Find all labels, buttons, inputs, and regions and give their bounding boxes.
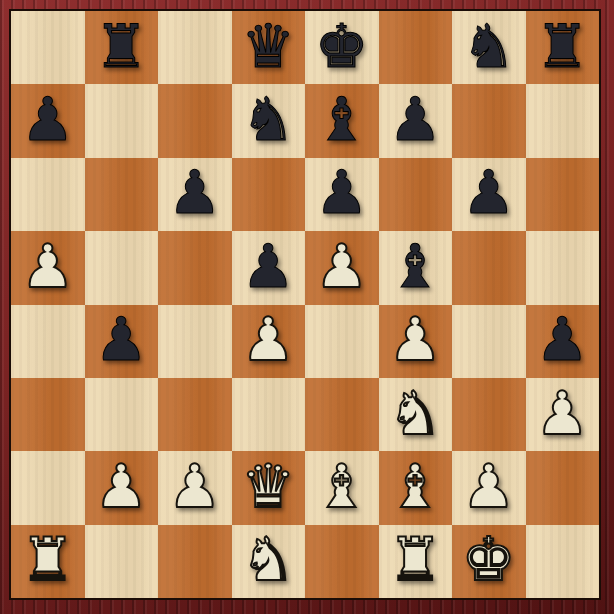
white-bishop-piece[interactable]: ♝ [315, 456, 369, 516]
square-b6[interactable] [85, 158, 159, 231]
black-pawn-piece[interactable]: ♟ [462, 162, 516, 222]
square-b5[interactable] [85, 231, 159, 304]
white-pawn-piece[interactable]: ♟ [462, 456, 516, 516]
white-king-piece[interactable]: ♚ [462, 529, 516, 589]
black-rook-piece[interactable]: ♜ [535, 16, 589, 76]
square-h4[interactable]: ♟ [526, 305, 600, 378]
white-pawn-piece[interactable]: ♟ [315, 236, 369, 296]
square-f3[interactable]: ♞ [379, 378, 453, 451]
black-bishop-piece[interactable]: ♝ [315, 89, 369, 149]
square-g7[interactable] [452, 84, 526, 157]
white-bishop-piece[interactable]: ♝ [388, 456, 442, 516]
square-c5[interactable] [158, 231, 232, 304]
square-f7[interactable]: ♟ [379, 84, 453, 157]
square-e5[interactable]: ♟ [305, 231, 379, 304]
square-c1[interactable] [158, 525, 232, 598]
square-b7[interactable] [85, 84, 159, 157]
square-d8[interactable]: ♛ [232, 11, 306, 84]
black-pawn-piece[interactable]: ♟ [94, 309, 148, 369]
white-pawn-piece[interactable]: ♟ [94, 456, 148, 516]
square-d6[interactable] [232, 158, 306, 231]
black-pawn-piece[interactable]: ♟ [168, 162, 222, 222]
white-rook-piece[interactable]: ♜ [388, 529, 442, 589]
square-e4[interactable] [305, 305, 379, 378]
square-g2[interactable]: ♟ [452, 451, 526, 524]
square-a6[interactable] [11, 158, 85, 231]
square-h2[interactable] [526, 451, 600, 524]
square-c7[interactable] [158, 84, 232, 157]
square-g5[interactable] [452, 231, 526, 304]
square-b1[interactable] [85, 525, 159, 598]
square-d1[interactable]: ♞ [232, 525, 306, 598]
square-e1[interactable] [305, 525, 379, 598]
square-f6[interactable] [379, 158, 453, 231]
square-e7[interactable]: ♝ [305, 84, 379, 157]
black-king-piece[interactable]: ♚ [315, 16, 369, 76]
white-rook-piece[interactable]: ♜ [21, 529, 75, 589]
square-b8[interactable]: ♜ [85, 11, 159, 84]
black-knight-piece[interactable]: ♞ [462, 16, 516, 76]
square-h5[interactable] [526, 231, 600, 304]
black-pawn-piece[interactable]: ♟ [535, 309, 589, 369]
board-frame: ♜♛♚♞♜♟♞♝♟♟♟♟♟♟♟♝♟♟♟♟♞♟♟♟♛♝♝♟♜♞♜♚ [0, 0, 614, 614]
square-g3[interactable] [452, 378, 526, 451]
square-b2[interactable]: ♟ [85, 451, 159, 524]
square-a7[interactable]: ♟ [11, 84, 85, 157]
square-f8[interactable] [379, 11, 453, 84]
square-f4[interactable]: ♟ [379, 305, 453, 378]
square-d5[interactable]: ♟ [232, 231, 306, 304]
square-g4[interactable] [452, 305, 526, 378]
square-b3[interactable] [85, 378, 159, 451]
square-e3[interactable] [305, 378, 379, 451]
black-pawn-piece[interactable]: ♟ [241, 236, 295, 296]
square-f5[interactable]: ♝ [379, 231, 453, 304]
square-e8[interactable]: ♚ [305, 11, 379, 84]
square-c2[interactable]: ♟ [158, 451, 232, 524]
square-a5[interactable]: ♟ [11, 231, 85, 304]
square-h6[interactable] [526, 158, 600, 231]
square-h7[interactable] [526, 84, 600, 157]
square-c8[interactable] [158, 11, 232, 84]
white-pawn-piece[interactable]: ♟ [388, 309, 442, 369]
square-h8[interactable]: ♜ [526, 11, 600, 84]
square-e6[interactable]: ♟ [305, 158, 379, 231]
square-a4[interactable] [11, 305, 85, 378]
square-d2[interactable]: ♛ [232, 451, 306, 524]
white-pawn-piece[interactable]: ♟ [168, 456, 222, 516]
black-pawn-piece[interactable]: ♟ [388, 89, 442, 149]
white-knight-piece[interactable]: ♞ [241, 529, 295, 589]
square-h1[interactable] [526, 525, 600, 598]
square-f1[interactable]: ♜ [379, 525, 453, 598]
square-c6[interactable]: ♟ [158, 158, 232, 231]
square-a3[interactable] [11, 378, 85, 451]
black-rook-piece[interactable]: ♜ [94, 16, 148, 76]
square-d4[interactable]: ♟ [232, 305, 306, 378]
square-h3[interactable]: ♟ [526, 378, 600, 451]
square-a2[interactable] [11, 451, 85, 524]
black-queen-piece[interactable]: ♛ [241, 16, 295, 76]
square-g8[interactable]: ♞ [452, 11, 526, 84]
square-c3[interactable] [158, 378, 232, 451]
square-f2[interactable]: ♝ [379, 451, 453, 524]
square-e2[interactable]: ♝ [305, 451, 379, 524]
white-pawn-piece[interactable]: ♟ [21, 236, 75, 296]
white-pawn-piece[interactable]: ♟ [241, 309, 295, 369]
square-a8[interactable] [11, 11, 85, 84]
square-a1[interactable]: ♜ [11, 525, 85, 598]
square-d3[interactable] [232, 378, 306, 451]
white-knight-piece[interactable]: ♞ [388, 383, 442, 443]
black-knight-piece[interactable]: ♞ [241, 89, 295, 149]
white-pawn-piece[interactable]: ♟ [535, 383, 589, 443]
chess-board: ♜♛♚♞♜♟♞♝♟♟♟♟♟♟♟♝♟♟♟♟♞♟♟♟♛♝♝♟♜♞♜♚ [9, 9, 601, 600]
square-b4[interactable]: ♟ [85, 305, 159, 378]
square-c4[interactable] [158, 305, 232, 378]
white-queen-piece[interactable]: ♛ [241, 456, 295, 516]
square-g1[interactable]: ♚ [452, 525, 526, 598]
black-bishop-piece[interactable]: ♝ [388, 236, 442, 296]
square-g6[interactable]: ♟ [452, 158, 526, 231]
black-pawn-piece[interactable]: ♟ [21, 89, 75, 149]
square-d7[interactable]: ♞ [232, 84, 306, 157]
black-pawn-piece[interactable]: ♟ [315, 162, 369, 222]
